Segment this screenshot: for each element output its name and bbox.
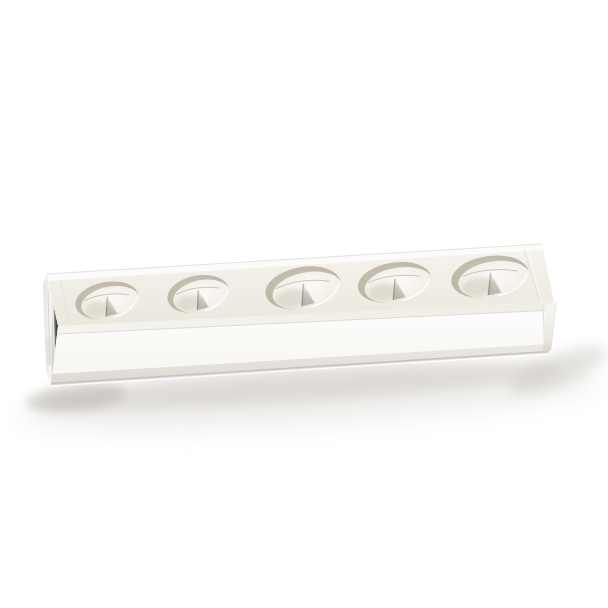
product-photo-canvas — [0, 0, 608, 608]
egg-box-photo — [0, 0, 608, 608]
box-right-end — [543, 302, 556, 353]
